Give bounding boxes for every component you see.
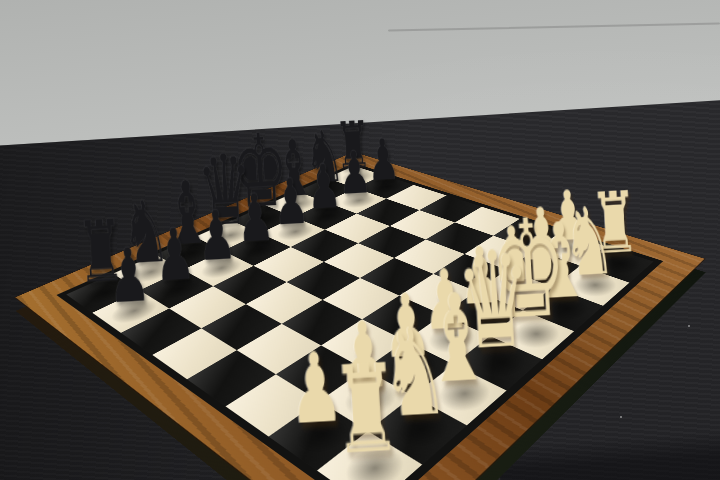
chess-board: ♜♞♝♛♚♝♞♜♟♟♟♟♟♟♟♟♟♟♟♟♟♟♟♟♜♞♝♛♚♝♞♜ xyxy=(15,152,704,480)
perspective-container: ♜♞♝♛♚♝♞♜♟♟♟♟♟♟♟♟♟♟♟♟♟♟♟♟♜♞♝♛♚♝♞♜ xyxy=(0,0,720,480)
piece-black-pawn[interactable]: ♟ xyxy=(76,145,177,313)
chess-photo-scene: ♜♞♝♛♚♝♞♜♟♟♟♟♟♟♟♟♟♟♟♟♟♟♟♟♜♞♝♛♚♝♞♜ xyxy=(0,0,720,480)
pieces-layer: ♜♞♝♛♚♝♞♜♟♟♟♟♟♟♟♟♟♟♟♟♟♟♟♟♜♞♝♛♚♝♞♜ xyxy=(66,166,653,480)
piece-white-rook[interactable]: ♜ xyxy=(294,240,433,471)
